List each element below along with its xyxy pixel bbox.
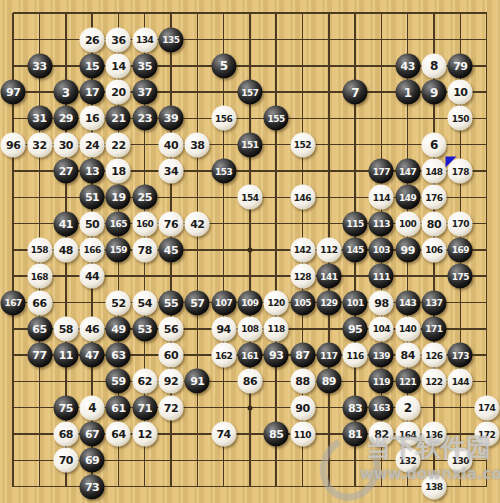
stone-31: 31 xyxy=(27,106,52,131)
stone-29: 29 xyxy=(53,106,78,131)
stone-24: 24 xyxy=(80,132,105,157)
stone-143: 143 xyxy=(395,290,420,315)
stone-130: 130 xyxy=(448,448,473,473)
stone-178: 178 xyxy=(448,159,473,184)
stone-55: 55 xyxy=(159,290,184,315)
stone-32: 32 xyxy=(27,132,52,157)
stone-126: 126 xyxy=(422,343,447,368)
stone-105: 105 xyxy=(290,290,315,315)
stone-90: 90 xyxy=(290,395,315,420)
stone-107: 107 xyxy=(211,290,236,315)
stone-80: 80 xyxy=(422,211,447,236)
stone-169: 169 xyxy=(448,237,473,262)
stone-30: 30 xyxy=(53,132,78,157)
stone-88: 88 xyxy=(290,369,315,394)
stone-25: 25 xyxy=(132,185,157,210)
stone-45: 45 xyxy=(159,237,184,262)
stone-72: 72 xyxy=(159,395,184,420)
stone-2: 2 xyxy=(395,395,420,420)
stone-147: 147 xyxy=(395,159,420,184)
stone-89: 89 xyxy=(316,369,341,394)
stone-74: 74 xyxy=(211,422,236,447)
stone-167: 167 xyxy=(1,290,26,315)
stone-58: 58 xyxy=(53,316,78,341)
stone-86: 86 xyxy=(237,369,262,394)
stone-52: 52 xyxy=(106,290,131,315)
stone-112: 112 xyxy=(316,237,341,262)
stone-23: 23 xyxy=(132,106,157,131)
stone-170: 170 xyxy=(448,211,473,236)
stone-26: 26 xyxy=(80,27,105,52)
stone-50: 50 xyxy=(80,211,105,236)
go-board[interactable]: 2636134135331514355438799731720371577191… xyxy=(0,0,500,503)
stone-19: 19 xyxy=(106,185,131,210)
stone-36: 36 xyxy=(106,27,131,52)
stone-81: 81 xyxy=(343,422,368,447)
stone-75: 75 xyxy=(53,395,78,420)
stone-5: 5 xyxy=(211,53,236,78)
stone-156: 156 xyxy=(211,106,236,131)
stone-14: 14 xyxy=(106,53,131,78)
stone-85: 85 xyxy=(264,422,289,447)
stone-13: 13 xyxy=(80,159,105,184)
stone-109: 109 xyxy=(237,290,262,315)
stone-103: 103 xyxy=(369,237,394,262)
star-point xyxy=(247,247,252,252)
stone-59: 59 xyxy=(106,369,131,394)
stone-46: 46 xyxy=(80,316,105,341)
star-point xyxy=(247,405,252,410)
stone-161: 161 xyxy=(237,343,262,368)
stone-129: 129 xyxy=(316,290,341,315)
stone-57: 57 xyxy=(185,290,210,315)
stone-132: 132 xyxy=(395,448,420,473)
stone-108: 108 xyxy=(237,316,262,341)
stone-154: 154 xyxy=(237,185,262,210)
stone-8: 8 xyxy=(422,53,447,78)
stone-113: 113 xyxy=(369,211,394,236)
stone-177: 177 xyxy=(369,159,394,184)
stone-146: 146 xyxy=(290,185,315,210)
stone-82: 82 xyxy=(369,422,394,447)
stone-160: 160 xyxy=(132,211,157,236)
stone-168: 168 xyxy=(27,264,52,289)
stone-39: 39 xyxy=(159,106,184,131)
stone-73: 73 xyxy=(80,474,105,499)
stone-110: 110 xyxy=(290,422,315,447)
stone-164: 164 xyxy=(395,422,420,447)
stone-18: 18 xyxy=(106,159,131,184)
stone-43: 43 xyxy=(395,53,420,78)
stone-99: 99 xyxy=(395,237,420,262)
stone-111: 111 xyxy=(369,264,394,289)
stone-35: 35 xyxy=(132,53,157,78)
stone-166: 166 xyxy=(80,237,105,262)
stone-117: 117 xyxy=(316,343,341,368)
stone-34: 34 xyxy=(159,159,184,184)
stone-62: 62 xyxy=(132,369,157,394)
stone-40: 40 xyxy=(159,132,184,157)
stone-155: 155 xyxy=(264,106,289,131)
stone-83: 83 xyxy=(343,395,368,420)
stone-48: 48 xyxy=(53,237,78,262)
stone-114: 114 xyxy=(369,185,394,210)
stone-37: 37 xyxy=(132,80,157,105)
stone-116: 116 xyxy=(343,343,368,368)
stone-122: 122 xyxy=(422,369,447,394)
stone-140: 140 xyxy=(395,316,420,341)
stone-17: 17 xyxy=(80,80,105,105)
stone-134: 134 xyxy=(132,27,157,52)
stone-163: 163 xyxy=(369,395,394,420)
stone-135: 135 xyxy=(159,27,184,52)
stone-138: 138 xyxy=(422,474,447,499)
stone-63: 63 xyxy=(106,343,131,368)
stone-3: 3 xyxy=(53,80,78,105)
stone-128: 128 xyxy=(290,264,315,289)
stone-21: 21 xyxy=(106,106,131,131)
stone-101: 101 xyxy=(343,290,368,315)
stone-4: 4 xyxy=(80,395,105,420)
stone-139: 139 xyxy=(369,343,394,368)
stone-68: 68 xyxy=(53,422,78,447)
stone-94: 94 xyxy=(211,316,236,341)
stone-16: 16 xyxy=(80,106,105,131)
stone-79: 79 xyxy=(448,53,473,78)
stone-70: 70 xyxy=(53,448,78,473)
stone-144: 144 xyxy=(448,369,473,394)
stone-176: 176 xyxy=(422,185,447,210)
stone-20: 20 xyxy=(106,80,131,105)
stone-11: 11 xyxy=(53,343,78,368)
stone-22: 22 xyxy=(106,132,131,157)
stone-71: 71 xyxy=(132,395,157,420)
stone-149: 149 xyxy=(395,185,420,210)
stone-93: 93 xyxy=(264,343,289,368)
stone-33: 33 xyxy=(27,53,52,78)
stone-174: 174 xyxy=(474,395,499,420)
stone-56: 56 xyxy=(159,316,184,341)
stone-38: 38 xyxy=(185,132,210,157)
stone-121: 121 xyxy=(395,369,420,394)
stone-159: 159 xyxy=(106,237,131,262)
stone-65: 65 xyxy=(27,316,52,341)
stone-152: 152 xyxy=(290,132,315,157)
stone-115: 115 xyxy=(343,211,368,236)
stone-137: 137 xyxy=(422,290,447,315)
stone-91: 91 xyxy=(185,369,210,394)
stone-84: 84 xyxy=(395,343,420,368)
stone-61: 61 xyxy=(106,395,131,420)
stone-69: 69 xyxy=(80,448,105,473)
stone-148: 148 xyxy=(422,159,447,184)
stone-157: 157 xyxy=(237,80,262,105)
stone-54: 54 xyxy=(132,290,157,315)
stone-1: 1 xyxy=(395,80,420,105)
stone-158: 158 xyxy=(27,237,52,262)
stone-51: 51 xyxy=(80,185,105,210)
stone-77: 77 xyxy=(27,343,52,368)
stone-41: 41 xyxy=(53,211,78,236)
stone-104: 104 xyxy=(369,316,394,341)
stone-172: 172 xyxy=(474,422,499,447)
stone-142: 142 xyxy=(290,237,315,262)
stone-151: 151 xyxy=(237,132,262,157)
stone-42: 42 xyxy=(185,211,210,236)
stone-97: 97 xyxy=(1,80,26,105)
stone-119: 119 xyxy=(369,369,394,394)
stone-67: 67 xyxy=(80,422,105,447)
stone-27: 27 xyxy=(53,159,78,184)
stone-153: 153 xyxy=(211,159,236,184)
stone-60: 60 xyxy=(159,343,184,368)
stone-95: 95 xyxy=(343,316,368,341)
stone-120: 120 xyxy=(264,290,289,315)
stone-64: 64 xyxy=(106,422,131,447)
stone-44: 44 xyxy=(80,264,105,289)
stone-106: 106 xyxy=(422,237,447,262)
stone-162: 162 xyxy=(211,343,236,368)
stone-173: 173 xyxy=(448,343,473,368)
stone-145: 145 xyxy=(343,237,368,262)
stone-12: 12 xyxy=(132,422,157,447)
stone-96: 96 xyxy=(1,132,26,157)
stone-100: 100 xyxy=(395,211,420,236)
stone-53: 53 xyxy=(132,316,157,341)
stone-165: 165 xyxy=(106,211,131,236)
last-move-triangle-icon xyxy=(446,157,457,168)
stone-15: 15 xyxy=(80,53,105,78)
stone-98: 98 xyxy=(369,290,394,315)
stone-10: 10 xyxy=(448,80,473,105)
stone-150: 150 xyxy=(448,106,473,131)
stone-9: 9 xyxy=(422,80,447,105)
stone-92: 92 xyxy=(159,369,184,394)
stone-66: 66 xyxy=(27,290,52,315)
stone-49: 49 xyxy=(106,316,131,341)
stone-171: 171 xyxy=(422,316,447,341)
stone-141: 141 xyxy=(316,264,341,289)
stone-78: 78 xyxy=(132,237,157,262)
stone-47: 47 xyxy=(80,343,105,368)
stone-76: 76 xyxy=(159,211,184,236)
stone-87: 87 xyxy=(290,343,315,368)
stone-175: 175 xyxy=(448,264,473,289)
stone-7: 7 xyxy=(343,80,368,105)
stone-136: 136 xyxy=(422,422,447,447)
stone-118: 118 xyxy=(264,316,289,341)
stone-6: 6 xyxy=(422,132,447,157)
